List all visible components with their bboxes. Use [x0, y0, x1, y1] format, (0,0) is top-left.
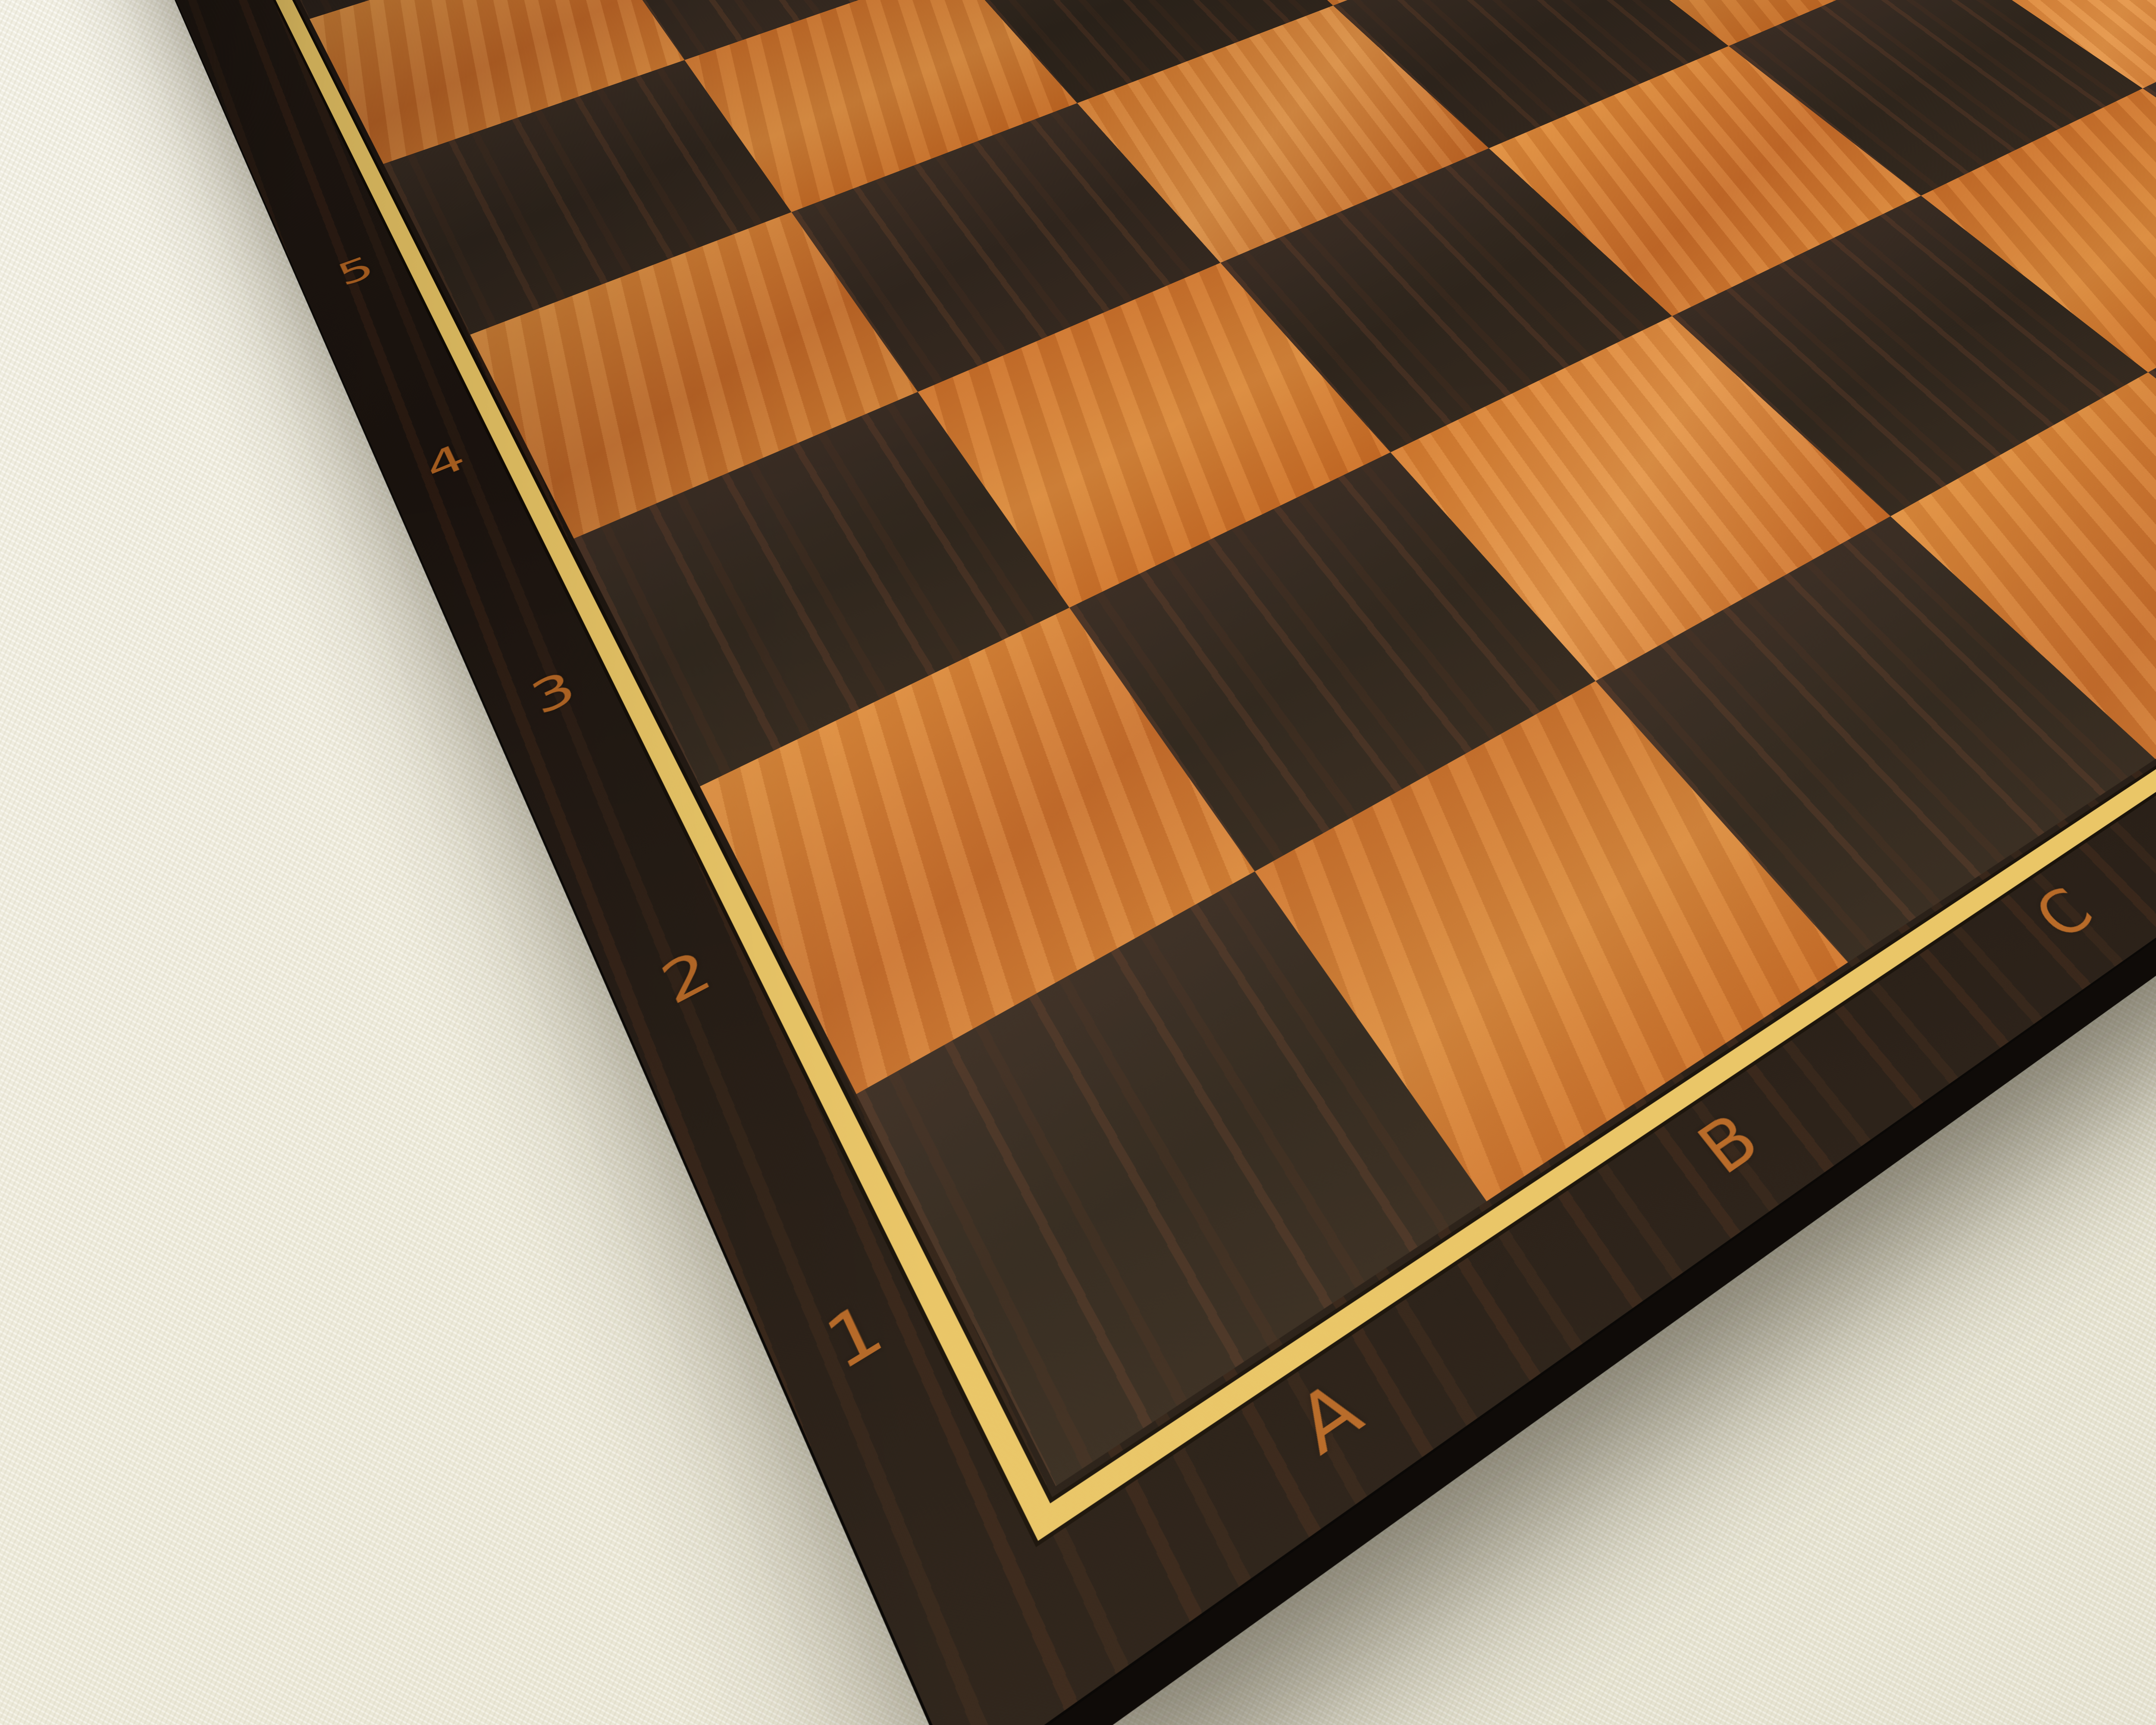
board-squares: [191, 0, 2156, 1486]
perspective-stage: 1 2 3 4 5 A B C D: [0, 0, 2156, 1725]
chessboard: 1 2 3 4 5 A B C D: [78, 0, 2156, 1725]
